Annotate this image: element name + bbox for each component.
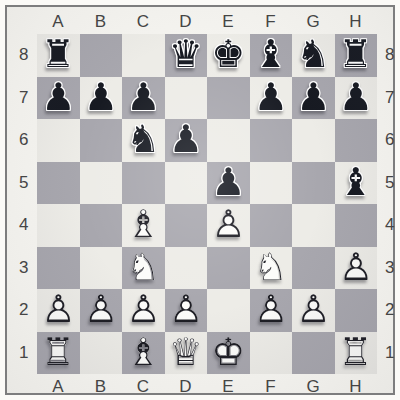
white-pawn-outline-icon: ♙ bbox=[37, 289, 80, 332]
square-g6[interactable] bbox=[292, 119, 335, 162]
square-b8[interactable] bbox=[80, 34, 123, 77]
square-c2[interactable]: ♟♙ bbox=[122, 289, 165, 332]
black-knight-icon: ♞ bbox=[292, 34, 335, 77]
file-label-g: G bbox=[292, 11, 335, 33]
square-f1[interactable] bbox=[250, 332, 293, 375]
black-pawn-icon: ♟ bbox=[165, 119, 208, 162]
file-label-h: H bbox=[335, 11, 378, 33]
square-g4[interactable] bbox=[292, 204, 335, 247]
square-b3[interactable] bbox=[80, 247, 123, 290]
white-rook-outline-icon: ♖ bbox=[37, 332, 80, 375]
rank-label-3: 3 bbox=[12, 247, 36, 290]
piece-black-bishop[interactable]: ♝ bbox=[335, 162, 378, 205]
file-labels-bottom: ABCDEFGH bbox=[37, 375, 377, 399]
file-label-a: A bbox=[37, 375, 80, 399]
piece-white-pawn[interactable]: ♟♙ bbox=[165, 289, 208, 332]
piece-white-pawn[interactable]: ♟♙ bbox=[207, 204, 250, 247]
file-label-f: F bbox=[250, 375, 293, 399]
square-g1[interactable] bbox=[292, 332, 335, 375]
piece-black-pawn[interactable]: ♟ bbox=[165, 119, 208, 162]
square-c1[interactable]: ♝♗ bbox=[122, 332, 165, 375]
square-b5[interactable] bbox=[80, 162, 123, 205]
rank-label-8: 8 bbox=[12, 34, 36, 77]
piece-white-pawn[interactable]: ♟♙ bbox=[122, 289, 165, 332]
square-e3[interactable] bbox=[207, 247, 250, 290]
black-bishop-icon: ♝ bbox=[250, 34, 293, 77]
white-pawn-outline-icon: ♙ bbox=[207, 204, 250, 247]
rank-label-2: 2 bbox=[378, 289, 400, 332]
square-h2[interactable] bbox=[335, 289, 378, 332]
piece-white-queen[interactable]: ♛♕ bbox=[165, 332, 208, 375]
file-label-g: G bbox=[292, 375, 335, 399]
black-pawn-icon: ♟ bbox=[292, 77, 335, 120]
square-e5[interactable]: ♟ bbox=[207, 162, 250, 205]
square-b1[interactable] bbox=[80, 332, 123, 375]
file-label-e: E bbox=[207, 11, 250, 33]
square-g3[interactable] bbox=[292, 247, 335, 290]
square-e2[interactable] bbox=[207, 289, 250, 332]
square-d8[interactable]: ♛ bbox=[165, 34, 208, 77]
rank-label-6: 6 bbox=[12, 119, 36, 162]
piece-black-pawn[interactable]: ♟ bbox=[292, 77, 335, 120]
piece-black-pawn[interactable]: ♟ bbox=[122, 77, 165, 120]
rank-label-7: 7 bbox=[378, 77, 400, 120]
white-pawn-outline-icon: ♙ bbox=[80, 289, 123, 332]
square-h4[interactable] bbox=[335, 204, 378, 247]
square-f5[interactable] bbox=[250, 162, 293, 205]
piece-white-pawn[interactable]: ♟♙ bbox=[80, 289, 123, 332]
piece-black-rook[interactable]: ♜ bbox=[335, 34, 378, 77]
square-a6[interactable] bbox=[37, 119, 80, 162]
square-d5[interactable] bbox=[165, 162, 208, 205]
square-d2[interactable]: ♟♙ bbox=[165, 289, 208, 332]
square-f3[interactable]: ♞♘ bbox=[250, 247, 293, 290]
file-label-b: B bbox=[80, 375, 123, 399]
white-knight-outline-icon: ♘ bbox=[122, 247, 165, 290]
piece-white-bishop[interactable]: ♝♗ bbox=[122, 332, 165, 375]
square-a1[interactable]: ♜♖ bbox=[37, 332, 80, 375]
file-label-d: D bbox=[165, 375, 208, 399]
square-a3[interactable] bbox=[37, 247, 80, 290]
square-d7[interactable] bbox=[165, 77, 208, 120]
white-pawn-outline-icon: ♙ bbox=[292, 289, 335, 332]
rank-labels-left: 87654321 bbox=[12, 34, 36, 374]
file-labels-top: ABCDEFGH bbox=[37, 11, 377, 33]
piece-white-bishop[interactable]: ♝♗ bbox=[122, 204, 165, 247]
rank-label-4: 4 bbox=[12, 204, 36, 247]
piece-black-queen[interactable]: ♛ bbox=[165, 34, 208, 77]
file-label-d: D bbox=[165, 11, 208, 33]
square-f8[interactable]: ♝ bbox=[250, 34, 293, 77]
square-d6[interactable]: ♟ bbox=[165, 119, 208, 162]
piece-black-knight[interactable]: ♞ bbox=[292, 34, 335, 77]
piece-white-knight[interactable]: ♞♘ bbox=[122, 247, 165, 290]
black-pawn-icon: ♟ bbox=[250, 77, 293, 120]
black-king-icon: ♚ bbox=[207, 34, 250, 77]
white-pawn-outline-icon: ♙ bbox=[165, 289, 208, 332]
black-pawn-icon: ♟ bbox=[37, 77, 80, 120]
piece-black-king[interactable]: ♚ bbox=[207, 34, 250, 77]
square-c8[interactable] bbox=[122, 34, 165, 77]
piece-white-pawn[interactable]: ♟♙ bbox=[250, 289, 293, 332]
piece-black-pawn[interactable]: ♟ bbox=[80, 77, 123, 120]
rank-labels-right: 87654321 bbox=[378, 34, 400, 374]
square-b6[interactable] bbox=[80, 119, 123, 162]
black-pawn-icon: ♟ bbox=[122, 77, 165, 120]
square-g8[interactable]: ♞ bbox=[292, 34, 335, 77]
board-frame: ABCDEFGH ABCDEFGH 87654321 87654321 ♜♛♚♝… bbox=[5, 5, 395, 395]
rank-label-6: 6 bbox=[378, 119, 400, 162]
black-pawn-icon: ♟ bbox=[335, 77, 378, 120]
square-a7[interactable]: ♟ bbox=[37, 77, 80, 120]
piece-black-pawn[interactable]: ♟ bbox=[37, 77, 80, 120]
square-g2[interactable]: ♟♙ bbox=[292, 289, 335, 332]
square-h8[interactable]: ♜ bbox=[335, 34, 378, 77]
white-rook-outline-icon: ♖ bbox=[335, 332, 378, 375]
file-label-a: A bbox=[37, 11, 80, 33]
square-f4[interactable] bbox=[250, 204, 293, 247]
file-label-e: E bbox=[207, 375, 250, 399]
piece-white-rook[interactable]: ♜♖ bbox=[37, 332, 80, 375]
square-e7[interactable] bbox=[207, 77, 250, 120]
black-rook-icon: ♜ bbox=[37, 34, 80, 77]
rank-label-7: 7 bbox=[12, 77, 36, 120]
square-c3[interactable]: ♞♘ bbox=[122, 247, 165, 290]
black-queen-icon: ♛ bbox=[165, 34, 208, 77]
piece-white-knight[interactable]: ♞♘ bbox=[250, 247, 293, 290]
square-h1[interactable]: ♜♖ bbox=[335, 332, 378, 375]
square-c4[interactable]: ♝♗ bbox=[122, 204, 165, 247]
white-bishop-outline-icon: ♗ bbox=[122, 204, 165, 247]
piece-black-rook[interactable]: ♜ bbox=[37, 34, 80, 77]
rank-label-8: 8 bbox=[378, 34, 400, 77]
black-rook-icon: ♜ bbox=[335, 34, 378, 77]
piece-black-pawn[interactable]: ♟ bbox=[207, 162, 250, 205]
file-label-c: C bbox=[122, 11, 165, 33]
square-a8[interactable]: ♜ bbox=[37, 34, 80, 77]
white-pawn-outline-icon: ♙ bbox=[335, 247, 378, 290]
square-e1[interactable]: ♚♔ bbox=[207, 332, 250, 375]
white-knight-outline-icon: ♘ bbox=[250, 247, 293, 290]
piece-white-rook[interactable]: ♜♖ bbox=[335, 332, 378, 375]
square-e6[interactable] bbox=[207, 119, 250, 162]
black-pawn-icon: ♟ bbox=[80, 77, 123, 120]
rank-label-5: 5 bbox=[378, 162, 400, 205]
square-a4[interactable] bbox=[37, 204, 80, 247]
piece-white-pawn[interactable]: ♟♙ bbox=[292, 289, 335, 332]
rank-label-4: 4 bbox=[378, 204, 400, 247]
square-f6[interactable] bbox=[250, 119, 293, 162]
file-label-h: H bbox=[335, 375, 378, 399]
square-b2[interactable]: ♟♙ bbox=[80, 289, 123, 332]
square-h7[interactable]: ♟ bbox=[335, 77, 378, 120]
rank-label-1: 1 bbox=[378, 332, 400, 375]
rank-label-5: 5 bbox=[12, 162, 36, 205]
piece-white-pawn[interactable]: ♟♙ bbox=[335, 247, 378, 290]
file-label-c: C bbox=[122, 375, 165, 399]
square-h6[interactable] bbox=[335, 119, 378, 162]
square-b7[interactable]: ♟ bbox=[80, 77, 123, 120]
square-f7[interactable]: ♟ bbox=[250, 77, 293, 120]
file-label-b: B bbox=[80, 11, 123, 33]
black-pawn-icon: ♟ bbox=[207, 162, 250, 205]
square-h3[interactable]: ♟♙ bbox=[335, 247, 378, 290]
black-bishop-icon: ♝ bbox=[335, 162, 378, 205]
square-a2[interactable]: ♟♙ bbox=[37, 289, 80, 332]
piece-black-pawn[interactable]: ♟ bbox=[335, 77, 378, 120]
white-queen-outline-icon: ♕ bbox=[165, 332, 208, 375]
square-c5[interactable] bbox=[122, 162, 165, 205]
square-c6[interactable]: ♞ bbox=[122, 119, 165, 162]
square-f2[interactable]: ♟♙ bbox=[250, 289, 293, 332]
white-king-outline-icon: ♔ bbox=[207, 332, 250, 375]
rank-label-2: 2 bbox=[12, 289, 36, 332]
piece-white-king[interactable]: ♚♔ bbox=[207, 332, 250, 375]
white-pawn-outline-icon: ♙ bbox=[122, 289, 165, 332]
square-d4[interactable] bbox=[165, 204, 208, 247]
piece-black-bishop[interactable]: ♝ bbox=[250, 34, 293, 77]
square-b4[interactable] bbox=[80, 204, 123, 247]
square-d1[interactable]: ♛♕ bbox=[165, 332, 208, 375]
square-g5[interactable] bbox=[292, 162, 335, 205]
file-label-f: F bbox=[250, 11, 293, 33]
piece-black-knight[interactable]: ♞ bbox=[122, 119, 165, 162]
square-c7[interactable]: ♟ bbox=[122, 77, 165, 120]
piece-white-pawn[interactable]: ♟♙ bbox=[37, 289, 80, 332]
square-e8[interactable]: ♚ bbox=[207, 34, 250, 77]
white-pawn-outline-icon: ♙ bbox=[250, 289, 293, 332]
board: ♜♛♚♝♞♜♟♟♟♟♟♟♞♟♟♝♝♗♟♙♞♘♞♘♟♙♟♙♟♙♟♙♟♙♟♙♟♙♜♖… bbox=[37, 34, 377, 374]
square-h5[interactable]: ♝ bbox=[335, 162, 378, 205]
rank-label-3: 3 bbox=[378, 247, 400, 290]
square-a5[interactable] bbox=[37, 162, 80, 205]
black-knight-icon: ♞ bbox=[122, 119, 165, 162]
white-bishop-outline-icon: ♗ bbox=[122, 332, 165, 375]
piece-black-pawn[interactable]: ♟ bbox=[250, 77, 293, 120]
square-g7[interactable]: ♟ bbox=[292, 77, 335, 120]
square-d3[interactable] bbox=[165, 247, 208, 290]
rank-label-1: 1 bbox=[12, 332, 36, 375]
square-e4[interactable]: ♟♙ bbox=[207, 204, 250, 247]
